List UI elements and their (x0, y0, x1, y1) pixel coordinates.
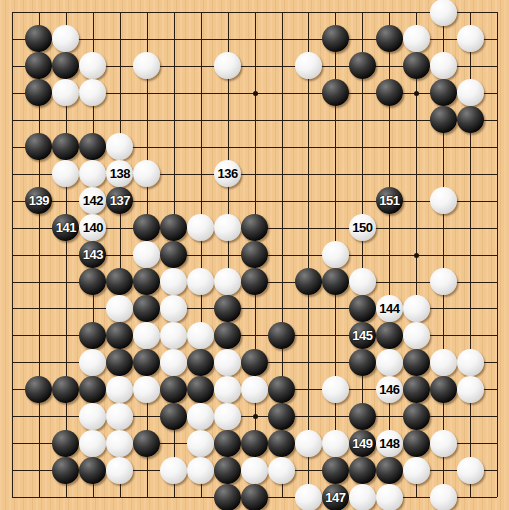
board-point-9-12[interactable] (241, 322, 268, 349)
board-point-17-6[interactable] (457, 160, 484, 187)
board-point-11-17[interactable] (295, 457, 322, 484)
board-point-14-6[interactable] (376, 160, 403, 187)
board-point-4-9[interactable] (106, 241, 133, 268)
board-point-2-0[interactable] (52, 0, 79, 26)
board-point-6-18[interactable] (160, 484, 187, 510)
board-point-9-4[interactable] (241, 106, 268, 133)
board-point-12-16[interactable] (322, 430, 349, 457)
board-point-6-12[interactable] (160, 322, 187, 349)
board-point-10-18[interactable] (268, 484, 295, 510)
board-point-13-0[interactable] (349, 0, 376, 26)
board-point-11-14[interactable] (295, 376, 322, 403)
board-point-2-8[interactable]: 141 (52, 214, 79, 241)
board-point-4-4[interactable] (106, 106, 133, 133)
board-point-3-6[interactable] (79, 160, 106, 187)
board-point-2-16[interactable] (52, 430, 79, 457)
board-point-11-6[interactable] (295, 160, 322, 187)
board-point-10-5[interactable] (268, 133, 295, 160)
board-point-6-15[interactable] (160, 403, 187, 430)
board-point-8-14[interactable] (214, 376, 241, 403)
board-point-17-14[interactable] (457, 376, 484, 403)
board-point-9-7[interactable] (241, 187, 268, 214)
board-point-13-3[interactable] (349, 79, 376, 106)
board-point-5-7[interactable] (133, 187, 160, 214)
board-point-6-1[interactable] (160, 25, 187, 52)
board-point-11-0[interactable] (295, 0, 322, 26)
board-point-10-16[interactable] (268, 430, 295, 457)
board-point-17-10[interactable] (457, 268, 484, 295)
board-point-13-10[interactable] (349, 268, 376, 295)
board-point-9-3[interactable] (241, 79, 268, 106)
board-point-17-18[interactable] (457, 484, 484, 510)
board-point-16-2[interactable] (430, 52, 457, 79)
board-point-16-13[interactable] (430, 349, 457, 376)
board-point-10-15[interactable] (268, 403, 295, 430)
board-point-4-8[interactable] (106, 214, 133, 241)
board-point-15-14[interactable] (403, 376, 430, 403)
board-point-10-2[interactable] (268, 52, 295, 79)
board-point-13-14[interactable] (349, 376, 376, 403)
board-point-0-4[interactable] (0, 106, 26, 133)
board-point-13-11[interactable] (349, 295, 376, 322)
board-point-15-2[interactable] (403, 52, 430, 79)
board-point-13-4[interactable] (349, 106, 376, 133)
board-point-7-18[interactable] (187, 484, 214, 510)
board-point-4-7[interactable]: 137 (106, 187, 133, 214)
board-point-7-3[interactable] (187, 79, 214, 106)
board-point-14-11[interactable]: 144 (376, 295, 403, 322)
board-point-15-9[interactable] (403, 241, 430, 268)
board-point-5-9[interactable] (133, 241, 160, 268)
board-point-7-8[interactable] (187, 214, 214, 241)
board-point-11-5[interactable] (295, 133, 322, 160)
board-point-1-3[interactable] (25, 79, 52, 106)
board-point-14-1[interactable] (376, 25, 403, 52)
board-point-13-16[interactable]: 149 (349, 430, 376, 457)
board-point-1-11[interactable] (25, 295, 52, 322)
board-point-5-11[interactable] (133, 295, 160, 322)
board-point-2-3[interactable] (52, 79, 79, 106)
board-point-16-6[interactable] (430, 160, 457, 187)
board-point-7-17[interactable] (187, 457, 214, 484)
board-point-15-10[interactable] (403, 268, 430, 295)
board-point-7-15[interactable] (187, 403, 214, 430)
board-point-3-13[interactable] (79, 349, 106, 376)
board-point-2-9[interactable] (52, 241, 79, 268)
board-point-5-1[interactable] (133, 25, 160, 52)
board-point-0-6[interactable] (0, 160, 26, 187)
board-point-1-4[interactable] (25, 106, 52, 133)
board-point-3-1[interactable] (79, 25, 106, 52)
board-point-17-16[interactable] (457, 430, 484, 457)
board-point-10-4[interactable] (268, 106, 295, 133)
board-point-18-13[interactable] (484, 349, 509, 376)
board-point-18-4[interactable] (484, 106, 509, 133)
board-point-12-1[interactable] (322, 25, 349, 52)
board-point-6-0[interactable] (160, 0, 187, 26)
board-point-13-8[interactable]: 150 (349, 214, 376, 241)
board-point-13-13[interactable] (349, 349, 376, 376)
board-point-11-2[interactable] (295, 52, 322, 79)
board-point-17-0[interactable] (457, 0, 484, 26)
board-point-14-16[interactable]: 148 (376, 430, 403, 457)
board-point-13-9[interactable] (349, 241, 376, 268)
board-point-11-3[interactable] (295, 79, 322, 106)
board-point-9-17[interactable] (241, 457, 268, 484)
board-point-14-4[interactable] (376, 106, 403, 133)
board-point-12-8[interactable] (322, 214, 349, 241)
board-point-10-1[interactable] (268, 25, 295, 52)
board-point-16-14[interactable] (430, 376, 457, 403)
board-point-17-2[interactable] (457, 52, 484, 79)
board-point-9-2[interactable] (241, 52, 268, 79)
board-point-6-6[interactable] (160, 160, 187, 187)
board-point-9-1[interactable] (241, 25, 268, 52)
board-point-0-9[interactable] (0, 241, 26, 268)
board-point-9-10[interactable] (241, 268, 268, 295)
board-point-9-8[interactable] (241, 214, 268, 241)
board-point-0-3[interactable] (0, 79, 26, 106)
board-point-16-17[interactable] (430, 457, 457, 484)
board-point-14-10[interactable] (376, 268, 403, 295)
board-point-9-0[interactable] (241, 0, 268, 26)
board-point-0-8[interactable] (0, 214, 26, 241)
board-point-13-5[interactable] (349, 133, 376, 160)
board-point-8-2[interactable] (214, 52, 241, 79)
board-point-18-2[interactable] (484, 52, 509, 79)
board-point-8-11[interactable] (214, 295, 241, 322)
board-point-8-12[interactable] (214, 322, 241, 349)
board-point-12-17[interactable] (322, 457, 349, 484)
board-point-4-17[interactable] (106, 457, 133, 484)
board-point-12-0[interactable] (322, 0, 349, 26)
board-point-0-7[interactable] (0, 187, 26, 214)
board-point-8-18[interactable] (214, 484, 241, 510)
board-point-17-11[interactable] (457, 295, 484, 322)
board-point-18-15[interactable] (484, 403, 509, 430)
board-point-12-14[interactable] (322, 376, 349, 403)
board-point-18-16[interactable] (484, 430, 509, 457)
board-point-10-6[interactable] (268, 160, 295, 187)
board-point-6-7[interactable] (160, 187, 187, 214)
board-point-9-9[interactable] (241, 241, 268, 268)
board-point-16-7[interactable] (430, 187, 457, 214)
board-point-16-9[interactable] (430, 241, 457, 268)
board-point-0-12[interactable] (0, 322, 26, 349)
board-point-15-1[interactable] (403, 25, 430, 52)
board-point-3-2[interactable] (79, 52, 106, 79)
board-point-13-7[interactable] (349, 187, 376, 214)
board-point-4-6[interactable]: 138 (106, 160, 133, 187)
board-point-2-7[interactable] (52, 187, 79, 214)
board-point-3-15[interactable] (79, 403, 106, 430)
board-point-14-8[interactable] (376, 214, 403, 241)
board-point-8-0[interactable] (214, 0, 241, 26)
board-point-2-2[interactable] (52, 52, 79, 79)
board-point-13-18[interactable] (349, 484, 376, 510)
board-point-14-14[interactable]: 146 (376, 376, 403, 403)
board-point-5-18[interactable] (133, 484, 160, 510)
board-point-11-8[interactable] (295, 214, 322, 241)
board-point-8-10[interactable] (214, 268, 241, 295)
board-point-2-17[interactable] (52, 457, 79, 484)
board-point-18-12[interactable] (484, 322, 509, 349)
board-point-11-11[interactable] (295, 295, 322, 322)
board-point-1-6[interactable] (25, 160, 52, 187)
board-point-3-9[interactable]: 143 (79, 241, 106, 268)
board-point-4-10[interactable] (106, 268, 133, 295)
board-point-10-8[interactable] (268, 214, 295, 241)
board-point-6-16[interactable] (160, 430, 187, 457)
board-point-16-18[interactable] (430, 484, 457, 510)
board-point-1-18[interactable] (25, 484, 52, 510)
board-point-0-16[interactable] (0, 430, 26, 457)
board-point-11-13[interactable] (295, 349, 322, 376)
board-point-11-4[interactable] (295, 106, 322, 133)
board-point-7-1[interactable] (187, 25, 214, 52)
board-point-8-5[interactable] (214, 133, 241, 160)
board-point-5-10[interactable] (133, 268, 160, 295)
board-point-17-3[interactable] (457, 79, 484, 106)
board-point-11-15[interactable] (295, 403, 322, 430)
board-point-3-10[interactable] (79, 268, 106, 295)
board-point-7-4[interactable] (187, 106, 214, 133)
board-point-15-0[interactable] (403, 0, 430, 26)
board-point-17-4[interactable] (457, 106, 484, 133)
board-point-5-8[interactable] (133, 214, 160, 241)
board-point-2-13[interactable] (52, 349, 79, 376)
board-point-3-4[interactable] (79, 106, 106, 133)
board-point-10-14[interactable] (268, 376, 295, 403)
board-point-17-17[interactable] (457, 457, 484, 484)
board-point-8-8[interactable] (214, 214, 241, 241)
board-point-12-5[interactable] (322, 133, 349, 160)
board-point-16-3[interactable] (430, 79, 457, 106)
board-point-0-5[interactable] (0, 133, 26, 160)
board-point-13-15[interactable] (349, 403, 376, 430)
board-point-11-10[interactable] (295, 268, 322, 295)
board-point-17-1[interactable] (457, 25, 484, 52)
board-point-14-2[interactable] (376, 52, 403, 79)
board-point-15-12[interactable] (403, 322, 430, 349)
board-point-10-3[interactable] (268, 79, 295, 106)
board-point-9-13[interactable] (241, 349, 268, 376)
board-point-7-5[interactable] (187, 133, 214, 160)
board-point-17-5[interactable] (457, 133, 484, 160)
board-point-11-9[interactable] (295, 241, 322, 268)
board-point-18-1[interactable] (484, 25, 509, 52)
board-point-15-7[interactable] (403, 187, 430, 214)
board-point-11-7[interactable] (295, 187, 322, 214)
board-point-9-18[interactable] (241, 484, 268, 510)
board-point-4-3[interactable] (106, 79, 133, 106)
board-point-6-10[interactable] (160, 268, 187, 295)
board-point-3-5[interactable] (79, 133, 106, 160)
board-point-17-13[interactable] (457, 349, 484, 376)
board-point-6-11[interactable] (160, 295, 187, 322)
board-point-15-3[interactable] (403, 79, 430, 106)
board-point-12-2[interactable] (322, 52, 349, 79)
board-point-8-15[interactable] (214, 403, 241, 430)
board-point-17-7[interactable] (457, 187, 484, 214)
board-point-0-11[interactable] (0, 295, 26, 322)
board-point-14-0[interactable] (376, 0, 403, 26)
board-point-1-16[interactable] (25, 430, 52, 457)
board-point-18-18[interactable] (484, 484, 509, 510)
board-point-1-12[interactable] (25, 322, 52, 349)
board-point-5-12[interactable] (133, 322, 160, 349)
board-point-5-0[interactable] (133, 0, 160, 26)
board-point-3-3[interactable] (79, 79, 106, 106)
board-point-10-13[interactable] (268, 349, 295, 376)
board-point-12-6[interactable] (322, 160, 349, 187)
board-point-13-2[interactable] (349, 52, 376, 79)
board-point-12-18[interactable]: 147 (322, 484, 349, 510)
board-point-0-18[interactable] (0, 484, 26, 510)
board-point-5-2[interactable] (133, 52, 160, 79)
board-point-15-16[interactable] (403, 430, 430, 457)
board-point-6-17[interactable] (160, 457, 187, 484)
board-point-6-13[interactable] (160, 349, 187, 376)
board-point-8-3[interactable] (214, 79, 241, 106)
board-point-15-6[interactable] (403, 160, 430, 187)
board-point-13-6[interactable] (349, 160, 376, 187)
board-point-12-3[interactable] (322, 79, 349, 106)
board-point-3-17[interactable] (79, 457, 106, 484)
board-point-14-9[interactable] (376, 241, 403, 268)
board-point-14-7[interactable]: 151 (376, 187, 403, 214)
board-point-7-13[interactable] (187, 349, 214, 376)
board-point-4-15[interactable] (106, 403, 133, 430)
board-point-3-8[interactable]: 140 (79, 214, 106, 241)
board-point-0-2[interactable] (0, 52, 26, 79)
board-point-12-15[interactable] (322, 403, 349, 430)
board-point-5-15[interactable] (133, 403, 160, 430)
board-point-9-14[interactable] (241, 376, 268, 403)
board-point-2-4[interactable] (52, 106, 79, 133)
board-point-4-18[interactable] (106, 484, 133, 510)
board-point-4-0[interactable] (106, 0, 133, 26)
board-point-6-8[interactable] (160, 214, 187, 241)
board-point-1-17[interactable] (25, 457, 52, 484)
board-point-12-7[interactable] (322, 187, 349, 214)
board-point-9-15[interactable] (241, 403, 268, 430)
board-point-5-14[interactable] (133, 376, 160, 403)
board-point-4-1[interactable] (106, 25, 133, 52)
board-point-11-12[interactable] (295, 322, 322, 349)
board-point-2-6[interactable] (52, 160, 79, 187)
board-point-15-5[interactable] (403, 133, 430, 160)
board-point-10-11[interactable] (268, 295, 295, 322)
board-point-18-14[interactable] (484, 376, 509, 403)
board-point-6-2[interactable] (160, 52, 187, 79)
board-point-14-17[interactable] (376, 457, 403, 484)
board-point-7-0[interactable] (187, 0, 214, 26)
board-point-5-6[interactable] (133, 160, 160, 187)
board-point-13-17[interactable] (349, 457, 376, 484)
board-point-15-11[interactable] (403, 295, 430, 322)
board-point-7-14[interactable] (187, 376, 214, 403)
board-point-18-10[interactable] (484, 268, 509, 295)
board-point-10-9[interactable] (268, 241, 295, 268)
board-point-1-10[interactable] (25, 268, 52, 295)
board-point-15-4[interactable] (403, 106, 430, 133)
board-point-1-14[interactable] (25, 376, 52, 403)
board-point-9-5[interactable] (241, 133, 268, 160)
board-point-13-12[interactable]: 145 (349, 322, 376, 349)
board-point-15-17[interactable] (403, 457, 430, 484)
board-point-16-8[interactable] (430, 214, 457, 241)
board-point-14-3[interactable] (376, 79, 403, 106)
board-point-0-14[interactable] (0, 376, 26, 403)
board-point-9-11[interactable] (241, 295, 268, 322)
board-point-2-18[interactable] (52, 484, 79, 510)
board-point-0-10[interactable] (0, 268, 26, 295)
board-point-18-8[interactable] (484, 214, 509, 241)
board-point-3-11[interactable] (79, 295, 106, 322)
board-point-12-11[interactable] (322, 295, 349, 322)
board-point-4-2[interactable] (106, 52, 133, 79)
board-point-12-4[interactable] (322, 106, 349, 133)
board-point-5-3[interactable] (133, 79, 160, 106)
board-point-0-0[interactable] (0, 0, 26, 26)
board-point-2-14[interactable] (52, 376, 79, 403)
board-point-5-17[interactable] (133, 457, 160, 484)
board-point-10-7[interactable] (268, 187, 295, 214)
board-point-9-16[interactable] (241, 430, 268, 457)
board-point-16-5[interactable] (430, 133, 457, 160)
board-point-1-5[interactable] (25, 133, 52, 160)
board-point-3-16[interactable] (79, 430, 106, 457)
board-point-4-11[interactable] (106, 295, 133, 322)
board-point-8-6[interactable]: 136 (214, 160, 241, 187)
board-point-16-15[interactable] (430, 403, 457, 430)
board-point-1-15[interactable] (25, 403, 52, 430)
board-point-18-3[interactable] (484, 79, 509, 106)
board-point-16-10[interactable] (430, 268, 457, 295)
board-point-15-18[interactable] (403, 484, 430, 510)
board-point-7-9[interactable] (187, 241, 214, 268)
board-point-8-13[interactable] (214, 349, 241, 376)
board-point-5-16[interactable] (133, 430, 160, 457)
board-point-10-17[interactable] (268, 457, 295, 484)
board-point-3-0[interactable] (79, 0, 106, 26)
board-point-2-15[interactable] (52, 403, 79, 430)
board-point-16-0[interactable] (430, 0, 457, 26)
board-point-10-12[interactable] (268, 322, 295, 349)
board-point-1-9[interactable] (25, 241, 52, 268)
board-point-14-12[interactable] (376, 322, 403, 349)
board-point-18-5[interactable] (484, 133, 509, 160)
board-point-6-5[interactable] (160, 133, 187, 160)
board-point-17-15[interactable] (457, 403, 484, 430)
board-point-17-8[interactable] (457, 214, 484, 241)
board-point-6-4[interactable] (160, 106, 187, 133)
board-point-11-1[interactable] (295, 25, 322, 52)
board-point-12-13[interactable] (322, 349, 349, 376)
board-point-0-17[interactable] (0, 457, 26, 484)
board-point-2-5[interactable] (52, 133, 79, 160)
board-point-8-7[interactable] (214, 187, 241, 214)
board-point-13-1[interactable] (349, 25, 376, 52)
board-point-16-4[interactable] (430, 106, 457, 133)
board-point-0-1[interactable] (0, 25, 26, 52)
board-point-2-10[interactable] (52, 268, 79, 295)
board-point-7-11[interactable] (187, 295, 214, 322)
board-point-9-6[interactable] (241, 160, 268, 187)
board-point-15-13[interactable] (403, 349, 430, 376)
board-point-1-1[interactable] (25, 25, 52, 52)
